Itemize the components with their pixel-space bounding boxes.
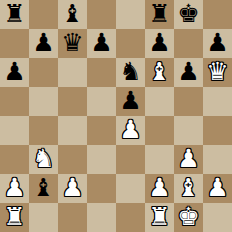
square-c2[interactable]: ♟	[58, 174, 87, 203]
square-a1[interactable]: ♜	[0, 203, 29, 232]
square-b6[interactable]	[29, 58, 58, 87]
square-d4[interactable]	[87, 116, 116, 145]
square-a8[interactable]: ♜	[0, 0, 29, 29]
square-c3[interactable]	[58, 145, 87, 174]
square-g6[interactable]: ♟	[174, 58, 203, 87]
white-queen[interactable]: ♛	[206, 58, 228, 86]
square-b1[interactable]	[29, 203, 58, 232]
square-h3[interactable]	[203, 145, 232, 174]
square-f6[interactable]: ♝	[145, 58, 174, 87]
black-pawn[interactable]: ♟	[177, 58, 199, 86]
square-b4[interactable]	[29, 116, 58, 145]
square-e8[interactable]	[116, 0, 145, 29]
white-pawn[interactable]: ♟	[119, 116, 141, 144]
square-g5[interactable]	[174, 87, 203, 116]
black-pawn[interactable]: ♟	[148, 29, 170, 57]
square-c5[interactable]	[58, 87, 87, 116]
white-bishop[interactable]: ♝	[148, 58, 170, 86]
square-a7[interactable]	[0, 29, 29, 58]
square-g7[interactable]	[174, 29, 203, 58]
square-b7[interactable]: ♟	[29, 29, 58, 58]
square-f4[interactable]	[145, 116, 174, 145]
square-b3[interactable]: ♞	[29, 145, 58, 174]
square-d1[interactable]	[87, 203, 116, 232]
black-pawn[interactable]: ♟	[119, 87, 141, 115]
square-d3[interactable]	[87, 145, 116, 174]
white-rook[interactable]: ♜	[3, 203, 25, 231]
square-e5[interactable]: ♟	[116, 87, 145, 116]
square-g8[interactable]: ♚	[174, 0, 203, 29]
square-h2[interactable]: ♟	[203, 174, 232, 203]
black-bishop[interactable]: ♝	[61, 0, 83, 28]
square-h6[interactable]: ♛	[203, 58, 232, 87]
black-rook[interactable]: ♜	[3, 0, 25, 28]
square-e1[interactable]	[116, 203, 145, 232]
square-c4[interactable]	[58, 116, 87, 145]
white-pawn[interactable]: ♟	[61, 174, 83, 202]
square-e6[interactable]: ♞	[116, 58, 145, 87]
square-h4[interactable]	[203, 116, 232, 145]
white-pawn[interactable]: ♟	[177, 145, 199, 173]
square-d5[interactable]	[87, 87, 116, 116]
square-b2[interactable]: ♝	[29, 174, 58, 203]
square-c8[interactable]: ♝	[58, 0, 87, 29]
square-e7[interactable]	[116, 29, 145, 58]
white-king[interactable]: ♚	[177, 203, 199, 231]
white-knight[interactable]: ♞	[32, 145, 54, 173]
square-g3[interactable]: ♟	[174, 145, 203, 174]
square-g1[interactable]: ♚	[174, 203, 203, 232]
square-c6[interactable]	[58, 58, 87, 87]
square-f5[interactable]	[145, 87, 174, 116]
square-e4[interactable]: ♟	[116, 116, 145, 145]
square-b8[interactable]	[29, 0, 58, 29]
white-pawn[interactable]: ♟	[3, 174, 25, 202]
square-c1[interactable]	[58, 203, 87, 232]
square-f1[interactable]: ♜	[145, 203, 174, 232]
black-king[interactable]: ♚	[177, 0, 199, 28]
square-g4[interactable]	[174, 116, 203, 145]
square-f3[interactable]	[145, 145, 174, 174]
square-d2[interactable]	[87, 174, 116, 203]
square-f2[interactable]: ♟	[145, 174, 174, 203]
square-b5[interactable]	[29, 87, 58, 116]
square-a6[interactable]: ♟	[0, 58, 29, 87]
black-pawn[interactable]: ♟	[3, 58, 25, 86]
black-bishop[interactable]: ♝	[32, 174, 54, 202]
square-h7[interactable]: ♟	[203, 29, 232, 58]
square-f7[interactable]: ♟	[145, 29, 174, 58]
white-rook[interactable]: ♜	[148, 203, 170, 231]
square-a4[interactable]	[0, 116, 29, 145]
square-d7[interactable]: ♟	[87, 29, 116, 58]
square-g2[interactable]: ♝	[174, 174, 203, 203]
square-d6[interactable]	[87, 58, 116, 87]
square-h5[interactable]	[203, 87, 232, 116]
square-a3[interactable]	[0, 145, 29, 174]
square-e3[interactable]	[116, 145, 145, 174]
white-bishop[interactable]: ♝	[177, 174, 199, 202]
black-queen[interactable]: ♛	[61, 29, 83, 57]
chess-board: ♜♝♜♚♟♛♟♟♟♟♞♝♟♛♟♟♞♟♟♝♟♟♝♟♜♜♚	[0, 0, 232, 232]
square-a2[interactable]: ♟	[0, 174, 29, 203]
black-pawn[interactable]: ♟	[206, 29, 228, 57]
square-a5[interactable]	[0, 87, 29, 116]
black-rook[interactable]: ♜	[148, 0, 170, 28]
square-d8[interactable]	[87, 0, 116, 29]
square-e2[interactable]	[116, 174, 145, 203]
square-c7[interactable]: ♛	[58, 29, 87, 58]
square-h8[interactable]	[203, 0, 232, 29]
black-knight[interactable]: ♞	[119, 58, 141, 86]
black-pawn[interactable]: ♟	[32, 29, 54, 57]
white-pawn[interactable]: ♟	[206, 174, 228, 202]
black-pawn[interactable]: ♟	[90, 29, 112, 57]
square-h1[interactable]	[203, 203, 232, 232]
white-pawn[interactable]: ♟	[148, 174, 170, 202]
square-f8[interactable]: ♜	[145, 0, 174, 29]
